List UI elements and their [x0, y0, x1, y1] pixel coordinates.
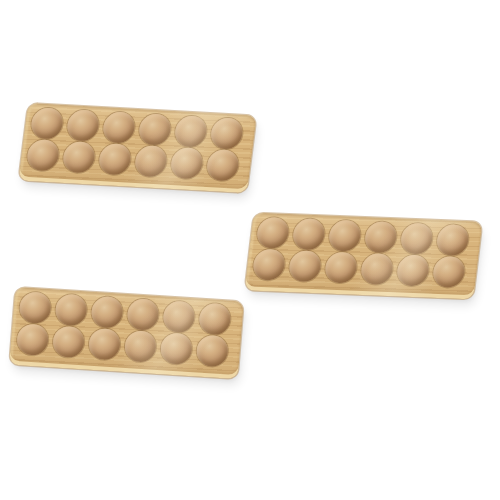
board-2-pit-r2c6[interactable] [432, 255, 467, 287]
board-3-pit-r2c1[interactable] [16, 323, 49, 356]
board-2-pit-r1c2[interactable] [291, 218, 326, 250]
board-1-pit-r1c6[interactable] [210, 117, 245, 150]
board-1-pit-r1c5[interactable] [174, 115, 209, 148]
board-1-pit-r1c1[interactable] [29, 107, 64, 140]
board-3-pit-r1c6[interactable] [199, 302, 232, 335]
board-2-pit-r1c4[interactable] [364, 221, 399, 253]
mancala-board-2 [244, 213, 482, 300]
board-3-pit-r2c4[interactable] [124, 329, 157, 362]
board-2-pit-r2c4[interactable] [360, 252, 395, 284]
board-2-pit-r2c3[interactable] [324, 251, 359, 283]
product-photo-canvas [0, 0, 500, 500]
board-2-pit-r1c5[interactable] [400, 222, 435, 254]
board-3-pit-r2c5[interactable] [160, 332, 193, 365]
board-3-pit-r2c6[interactable] [196, 334, 229, 367]
board-2-pit-r1c1[interactable] [255, 216, 290, 248]
board-3-pit-r2c2[interactable] [52, 325, 85, 358]
board-1-pit-r2c1[interactable] [25, 138, 60, 171]
mancala-board-3 [9, 287, 244, 379]
board-3-pit-r1c4[interactable] [126, 298, 159, 331]
board-3-pit-r1c5[interactable] [163, 300, 196, 333]
board-2-pit-r1c3[interactable] [327, 219, 362, 251]
board-1-pit-r2c2[interactable] [61, 140, 96, 173]
mancala-board-1 [18, 103, 256, 193]
board-3-pit-r1c2[interactable] [54, 293, 87, 326]
board-2-pit-r1c6[interactable] [436, 224, 471, 256]
board-3-pit-r1c1[interactable] [18, 291, 51, 324]
board-1-pit-r2c6[interactable] [206, 149, 241, 182]
board-1-pit-r2c4[interactable] [134, 144, 169, 177]
board-2-pit-r2c5[interactable] [396, 254, 431, 286]
board-1-pit-r1c4[interactable] [138, 113, 173, 146]
board-1-pit-r2c3[interactable] [97, 142, 132, 175]
board-2-pit-r2c2[interactable] [287, 250, 322, 282]
board-3-pit-r2c3[interactable] [88, 327, 121, 360]
board-2-pit-r2c1[interactable] [251, 248, 286, 280]
board-1-pit-r2c5[interactable] [170, 147, 205, 180]
board-3-pit-r1c3[interactable] [90, 295, 123, 328]
board-1-pit-r1c2[interactable] [65, 109, 100, 142]
board-1-pit-r1c3[interactable] [101, 111, 136, 144]
